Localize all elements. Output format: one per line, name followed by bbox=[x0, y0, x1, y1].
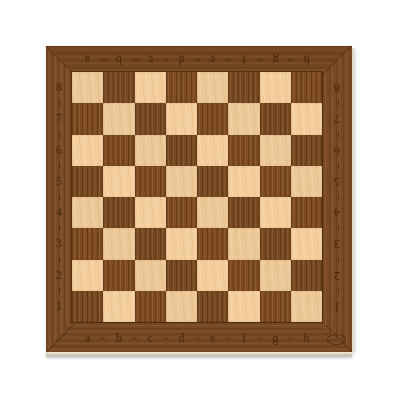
frame-tick bbox=[338, 225, 339, 231]
frame-tick bbox=[338, 257, 339, 263]
square-f2 bbox=[228, 260, 259, 291]
square-a3 bbox=[72, 228, 103, 259]
square-e8 bbox=[197, 72, 228, 103]
square-c1 bbox=[135, 291, 166, 322]
square-f8 bbox=[228, 72, 259, 103]
frame-tick bbox=[100, 59, 106, 60]
square-d6 bbox=[166, 135, 197, 166]
frame-tick bbox=[59, 225, 60, 231]
rank-label-right-7: 7 bbox=[322, 110, 352, 127]
square-h3 bbox=[291, 228, 322, 259]
square-d8 bbox=[166, 72, 197, 103]
square-h6 bbox=[291, 135, 322, 166]
square-h7 bbox=[291, 103, 322, 134]
square-c7 bbox=[135, 103, 166, 134]
square-f1 bbox=[228, 291, 259, 322]
chess-board: ···· aabbccddeeffgghh8877665544332211 bbox=[46, 46, 352, 352]
square-a1 bbox=[72, 291, 103, 322]
square-h5 bbox=[291, 166, 322, 197]
square-e4 bbox=[197, 197, 228, 228]
square-c5 bbox=[135, 166, 166, 197]
file-label-top-g: g bbox=[260, 51, 291, 68]
file-label-top-a: a bbox=[72, 51, 103, 68]
file-label-top-b: b bbox=[103, 51, 134, 68]
square-e1 bbox=[197, 291, 228, 322]
frame-tick bbox=[132, 338, 138, 339]
square-h1 bbox=[291, 291, 322, 322]
square-e7 bbox=[197, 103, 228, 134]
frame-tick bbox=[288, 338, 294, 339]
rank-label-left-4: 4 bbox=[46, 204, 72, 221]
file-label-bottom-a: a bbox=[72, 330, 103, 347]
square-b1 bbox=[103, 291, 134, 322]
frame-tick bbox=[288, 59, 294, 60]
square-g6 bbox=[260, 135, 291, 166]
square-f6 bbox=[228, 135, 259, 166]
square-e6 bbox=[197, 135, 228, 166]
frame-tick bbox=[100, 338, 106, 339]
file-label-top-c: c bbox=[135, 51, 166, 68]
file-label-bottom-f: f bbox=[228, 330, 259, 347]
square-c4 bbox=[135, 197, 166, 228]
rank-label-left-5: 5 bbox=[46, 173, 72, 190]
brand-stamp-logo: ···· bbox=[327, 334, 346, 345]
file-label-bottom-e: e bbox=[197, 330, 228, 347]
frame-tick bbox=[338, 194, 339, 200]
rank-label-right-5: 5 bbox=[322, 173, 352, 190]
board-side-edge-bottom bbox=[46, 352, 352, 356]
square-h4 bbox=[291, 197, 322, 228]
file-label-top-f: f bbox=[228, 51, 259, 68]
frame-tick bbox=[132, 59, 138, 60]
rank-label-right-6: 6 bbox=[322, 142, 352, 159]
frame-tick bbox=[59, 194, 60, 200]
square-a6 bbox=[72, 135, 103, 166]
frame-tick bbox=[338, 100, 339, 106]
square-b6 bbox=[103, 135, 134, 166]
square-g7 bbox=[260, 103, 291, 134]
square-a7 bbox=[72, 103, 103, 134]
board-side-edge-right bbox=[352, 48, 354, 352]
square-b4 bbox=[103, 197, 134, 228]
page-background: ···· aabbccddeeffgghh8877665544332211 bbox=[0, 0, 400, 400]
board-squares-grid bbox=[72, 72, 322, 322]
rank-label-left-8: 8 bbox=[46, 79, 72, 96]
square-c2 bbox=[135, 260, 166, 291]
file-label-bottom-g: g bbox=[260, 330, 291, 347]
rank-label-left-3: 3 bbox=[46, 235, 72, 252]
square-g2 bbox=[260, 260, 291, 291]
file-label-bottom-h: h bbox=[291, 330, 322, 347]
file-label-bottom-c: c bbox=[135, 330, 166, 347]
square-g5 bbox=[260, 166, 291, 197]
file-label-top-d: d bbox=[166, 51, 197, 68]
square-c6 bbox=[135, 135, 166, 166]
frame-tick bbox=[59, 288, 60, 294]
square-a2 bbox=[72, 260, 103, 291]
frame-tick bbox=[59, 100, 60, 106]
square-g4 bbox=[260, 197, 291, 228]
frame-tick bbox=[59, 163, 60, 169]
rank-label-left-2: 2 bbox=[46, 267, 72, 284]
rank-label-right-2: 2 bbox=[322, 267, 352, 284]
frame-tick bbox=[59, 257, 60, 263]
rank-label-right-3: 3 bbox=[322, 235, 352, 252]
square-c8 bbox=[135, 72, 166, 103]
square-f7 bbox=[228, 103, 259, 134]
square-b3 bbox=[103, 228, 134, 259]
rank-label-left-7: 7 bbox=[46, 110, 72, 127]
file-label-bottom-b: b bbox=[103, 330, 134, 347]
frame-tick bbox=[59, 132, 60, 138]
square-d4 bbox=[166, 197, 197, 228]
square-h8 bbox=[291, 72, 322, 103]
square-b8 bbox=[103, 72, 134, 103]
square-g8 bbox=[260, 72, 291, 103]
square-f4 bbox=[228, 197, 259, 228]
square-a5 bbox=[72, 166, 103, 197]
frame-tick bbox=[338, 288, 339, 294]
frame-tick bbox=[225, 59, 231, 60]
frame-tick bbox=[257, 338, 263, 339]
file-label-top-h: h bbox=[291, 51, 322, 68]
square-e5 bbox=[197, 166, 228, 197]
file-label-top-e: e bbox=[197, 51, 228, 68]
square-e3 bbox=[197, 228, 228, 259]
square-e2 bbox=[197, 260, 228, 291]
square-f3 bbox=[228, 228, 259, 259]
frame-tick bbox=[163, 338, 169, 339]
square-d2 bbox=[166, 260, 197, 291]
square-h2 bbox=[291, 260, 322, 291]
frame-tick bbox=[338, 163, 339, 169]
rank-label-right-8: 8 bbox=[322, 79, 352, 96]
square-d3 bbox=[166, 228, 197, 259]
square-b7 bbox=[103, 103, 134, 134]
square-d7 bbox=[166, 103, 197, 134]
file-label-bottom-d: d bbox=[166, 330, 197, 347]
rank-label-right-4: 4 bbox=[322, 204, 352, 221]
square-a4 bbox=[72, 197, 103, 228]
frame-tick bbox=[338, 132, 339, 138]
rank-label-left-6: 6 bbox=[46, 142, 72, 159]
frame-tick bbox=[257, 59, 263, 60]
square-d5 bbox=[166, 166, 197, 197]
frame-tick bbox=[225, 338, 231, 339]
square-d1 bbox=[166, 291, 197, 322]
frame-tick bbox=[163, 59, 169, 60]
square-g3 bbox=[260, 228, 291, 259]
square-g1 bbox=[260, 291, 291, 322]
square-f5 bbox=[228, 166, 259, 197]
square-b2 bbox=[103, 260, 134, 291]
frame-tick bbox=[194, 59, 200, 60]
square-c3 bbox=[135, 228, 166, 259]
rank-label-left-1: 1 bbox=[46, 298, 72, 315]
square-a8 bbox=[72, 72, 103, 103]
square-b5 bbox=[103, 166, 134, 197]
rank-label-right-1: 1 bbox=[322, 298, 352, 315]
frame-tick bbox=[194, 338, 200, 339]
